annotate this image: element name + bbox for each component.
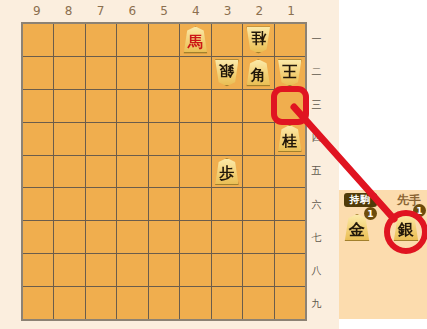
board-cell-4-7[interactable] <box>180 221 210 253</box>
piece-glyph: 桂 <box>282 134 297 149</box>
board-cell-9-6[interactable] <box>23 188 53 220</box>
board-cell-3-4[interactable] <box>212 123 242 155</box>
board-cell-3-1[interactable] <box>212 24 242 56</box>
rank-label-6: 六 <box>308 188 325 221</box>
file-coordinate-labels: 987654321 <box>21 3 307 19</box>
board-cell-7-5[interactable] <box>86 156 116 188</box>
board-cell-1-6[interactable] <box>275 188 305 220</box>
file-label-3: 3 <box>212 3 244 19</box>
board-cell-8-6[interactable] <box>54 188 84 220</box>
board-cell-6-3[interactable] <box>117 90 147 122</box>
file-label-8: 8 <box>53 3 85 19</box>
gote-piece-王-1-2[interactable]: 王 <box>277 59 302 86</box>
board-cell-5-9[interactable] <box>149 287 179 319</box>
file-label-9: 9 <box>21 3 53 19</box>
file-label-2: 2 <box>243 3 275 19</box>
board-cell-5-6[interactable] <box>149 188 179 220</box>
board-cell-3-7[interactable] <box>212 221 242 253</box>
board-cell-8-3[interactable] <box>54 90 84 122</box>
piece-glyph: 馬 <box>188 35 203 50</box>
board-cell-6-2[interactable] <box>117 57 147 89</box>
rank-label-7: 七 <box>308 221 325 254</box>
board-cell-4-9[interactable] <box>180 287 210 319</box>
board-cell-9-3[interactable] <box>23 90 53 122</box>
piece-glyph: 歩 <box>219 166 234 181</box>
board-cell-6-8[interactable] <box>117 254 147 286</box>
board-cell-4-2[interactable] <box>180 57 210 89</box>
board-cell-1-4[interactable]: 桂 <box>275 123 305 155</box>
board-cell-4-4[interactable] <box>180 123 210 155</box>
board-cell-5-1[interactable] <box>149 24 179 56</box>
board-cell-7-3[interactable] <box>86 90 116 122</box>
board-cell-3-3[interactable] <box>212 90 242 122</box>
board-cell-7-9[interactable] <box>86 287 116 319</box>
board-cell-7-6[interactable] <box>86 188 116 220</box>
hand-label-badge: 持駒 <box>344 193 377 207</box>
board-cell-1-7[interactable] <box>275 221 305 253</box>
file-label-7: 7 <box>85 3 117 19</box>
board-cell-9-4[interactable] <box>23 123 53 155</box>
board-cell-7-7[interactable] <box>86 221 116 253</box>
sente-piece-角-2-2[interactable]: 角 <box>246 59 271 86</box>
board-cell-9-8[interactable] <box>23 254 53 286</box>
piece-glyph: 銀 <box>398 222 414 238</box>
board-cell-2-4[interactable] <box>243 123 273 155</box>
board-cell-5-5[interactable] <box>149 156 179 188</box>
board-cell-9-5[interactable] <box>23 156 53 188</box>
piece-glyph: 王 <box>282 63 297 78</box>
board-cell-7-1[interactable] <box>86 24 116 56</box>
shogi-board: 馬桂銀角王桂歩 <box>21 22 307 321</box>
board-cell-2-6[interactable] <box>243 188 273 220</box>
hand-count-badge-金: 1 <box>364 207 377 220</box>
rank-label-9: 九 <box>308 288 325 321</box>
board-cell-2-8[interactable] <box>243 254 273 286</box>
board-cell-8-8[interactable] <box>54 254 84 286</box>
board-cell-4-8[interactable] <box>180 254 210 286</box>
board-cell-8-4[interactable] <box>54 123 84 155</box>
board-cell-5-4[interactable] <box>149 123 179 155</box>
board-cell-7-8[interactable] <box>86 254 116 286</box>
gote-piece-桂-2-1[interactable]: 桂 <box>246 26 271 53</box>
board-cell-9-7[interactable] <box>23 221 53 253</box>
board-cell-7-2[interactable] <box>86 57 116 89</box>
board-cell-5-8[interactable] <box>149 254 179 286</box>
board-cell-2-2[interactable]: 角 <box>243 57 273 89</box>
board-cell-8-1[interactable] <box>54 24 84 56</box>
board-cell-2-1[interactable]: 桂 <box>243 24 273 56</box>
board-cell-9-1[interactable] <box>23 24 53 56</box>
board-cell-6-4[interactable] <box>117 123 147 155</box>
board-cell-3-6[interactable] <box>212 188 242 220</box>
board-cell-1-2[interactable]: 王 <box>275 57 305 89</box>
board-cell-1-5[interactable] <box>275 156 305 188</box>
board-cell-9-2[interactable] <box>23 57 53 89</box>
captured-pieces-panel: 持駒 先手 金銀 11 <box>339 190 427 319</box>
rank-label-5: 五 <box>308 155 325 188</box>
board-cell-2-9[interactable] <box>243 287 273 319</box>
board-cell-4-6[interactable] <box>180 188 210 220</box>
board-cell-4-1[interactable]: 馬 <box>180 24 210 56</box>
board-cell-8-5[interactable] <box>54 156 84 188</box>
board-cell-6-6[interactable] <box>117 188 147 220</box>
piece-glyph: 金 <box>349 222 365 238</box>
rank-label-2: 二 <box>308 55 325 88</box>
rank-label-4: 四 <box>308 122 325 155</box>
rank-label-3: 三 <box>308 88 325 121</box>
hand-piece-銀-circled[interactable]: 銀 <box>393 214 419 241</box>
board-cell-8-2[interactable] <box>54 57 84 89</box>
board-cell-8-7[interactable] <box>54 221 84 253</box>
rank-label-8: 八 <box>308 255 325 288</box>
sente-piece-桂-1-4[interactable]: 桂 <box>277 125 302 152</box>
board-cell-5-2[interactable] <box>149 57 179 89</box>
board-cell-5-7[interactable] <box>149 221 179 253</box>
piece-glyph: 角 <box>251 68 266 83</box>
board-cell-2-7[interactable] <box>243 221 273 253</box>
board-cell-3-8[interactable] <box>212 254 242 286</box>
board-cell-6-7[interactable] <box>117 221 147 253</box>
sente-piece-馬-4-1[interactable]: 馬 <box>183 26 208 53</box>
sente-piece-歩-3-5[interactable]: 歩 <box>214 158 239 185</box>
board-cell-3-9[interactable] <box>212 287 242 319</box>
board-cell-7-4[interactable] <box>86 123 116 155</box>
board-cell-5-3[interactable] <box>149 90 179 122</box>
board-cell-6-5[interactable] <box>117 156 147 188</box>
board-cell-4-3[interactable] <box>180 90 210 122</box>
file-label-1: 1 <box>275 3 307 19</box>
sente-hand-koma-銀[interactable]: 銀 <box>393 214 419 241</box>
board-cell-6-1[interactable] <box>117 24 147 56</box>
board-cell-1-9[interactable] <box>275 287 305 319</box>
file-label-5: 5 <box>148 3 180 19</box>
board-cell-1-8[interactable] <box>275 254 305 286</box>
board-cell-8-9[interactable] <box>54 287 84 319</box>
piece-glyph: 桂 <box>251 30 266 45</box>
board-cell-3-2[interactable]: 銀 <box>212 57 242 89</box>
gote-piece-銀-3-2[interactable]: 銀 <box>214 59 239 86</box>
hand-count-badge-銀: 1 <box>413 204 426 217</box>
board-cell-2-5[interactable] <box>243 156 273 188</box>
file-label-6: 6 <box>116 3 148 19</box>
board-cell-1-3[interactable] <box>275 90 305 122</box>
board-cell-2-3[interactable] <box>243 90 273 122</box>
board-cell-9-9[interactable] <box>23 287 53 319</box>
board-cell-4-5[interactable] <box>180 156 210 188</box>
piece-glyph: 銀 <box>219 63 234 78</box>
rank-label-1: 一 <box>308 22 325 55</box>
shogi-lesson-screenshot: 987654321 馬桂銀角王桂歩 一二三四五六七八九 持駒 先手 金銀 11 <box>0 0 427 329</box>
file-label-4: 4 <box>180 3 212 19</box>
board-cell-6-9[interactable] <box>117 287 147 319</box>
board-cell-3-5[interactable]: 歩 <box>212 156 242 188</box>
rank-coordinate-labels: 一二三四五六七八九 <box>308 22 325 321</box>
board-cell-1-1[interactable] <box>275 24 305 56</box>
